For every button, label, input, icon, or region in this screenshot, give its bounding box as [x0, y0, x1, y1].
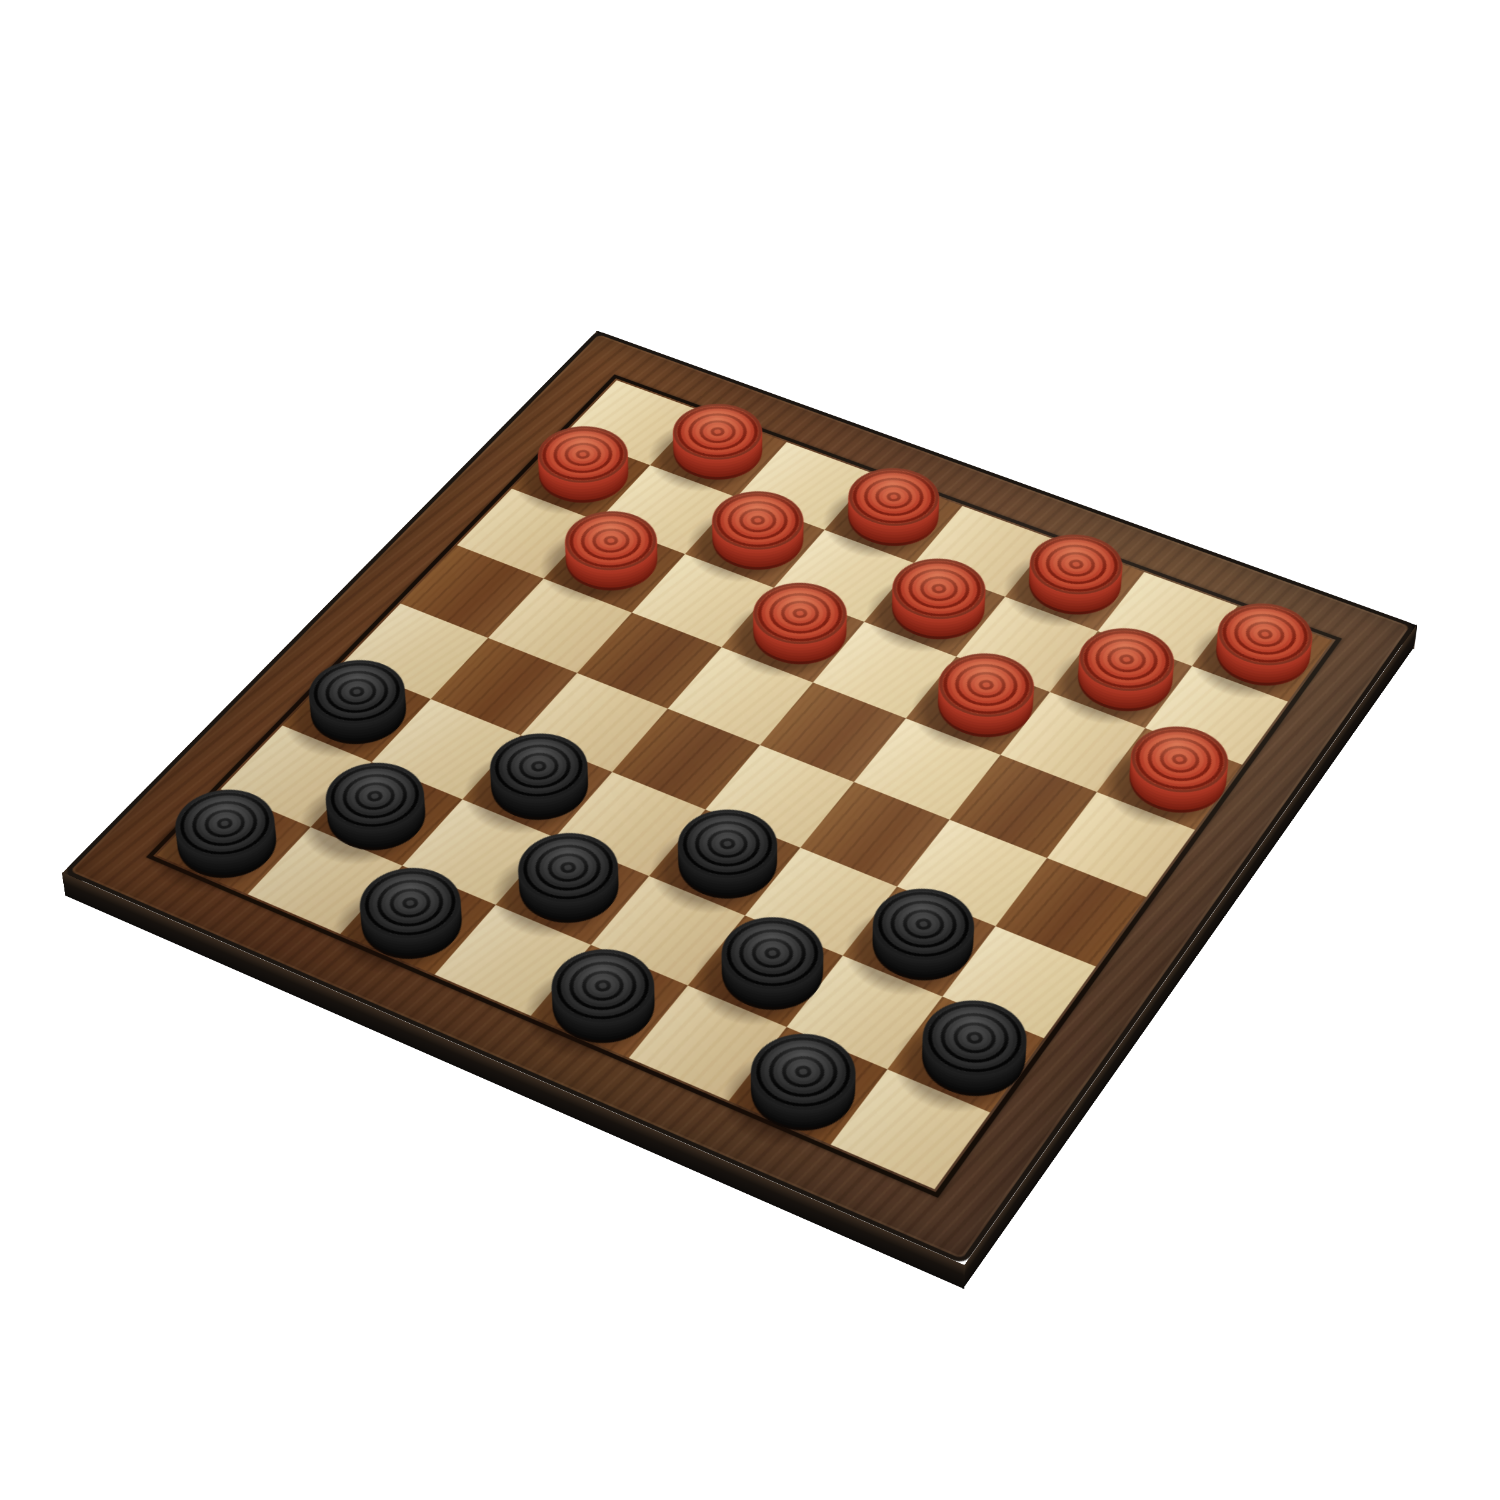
product-photo-scene	[0, 0, 1500, 1500]
checkers-board	[63, 331, 1417, 1265]
